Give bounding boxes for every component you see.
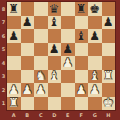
square-b4[interactable]	[21, 56, 35, 70]
rank-label-7: 7	[0, 16, 7, 30]
square-a6[interactable]: ♟	[7, 29, 21, 43]
file-label-c: C	[34, 110, 48, 120]
white-pawn-f2[interactable]: ♟	[76, 83, 87, 95]
square-f3[interactable]	[75, 70, 89, 84]
square-c7[interactable]	[34, 16, 48, 30]
square-f5[interactable]	[75, 43, 89, 57]
file-label-f: F	[75, 110, 89, 120]
square-h1[interactable]: ♚	[102, 97, 116, 111]
square-g7[interactable]	[88, 16, 102, 30]
white-pawn-g2[interactable]: ♟	[89, 83, 100, 95]
square-b5[interactable]	[21, 43, 35, 57]
square-g2[interactable]: ♟	[88, 83, 102, 97]
square-e4[interactable]: ♟	[61, 56, 75, 70]
square-f2[interactable]: ♟	[75, 83, 89, 97]
rank-label-8: 8	[0, 2, 7, 16]
white-king-h1[interactable]: ♚	[103, 97, 114, 109]
square-d4[interactable]	[48, 56, 62, 70]
square-f4[interactable]	[75, 56, 89, 70]
file-label-b: B	[21, 110, 35, 120]
square-h2[interactable]	[102, 83, 116, 97]
black-bishop-d7[interactable]: ♝	[49, 16, 60, 28]
rank-label-2: 2	[0, 83, 7, 97]
white-bishop-g3[interactable]: ♝	[89, 70, 100, 82]
square-e8[interactable]	[61, 2, 75, 16]
white-pawn-e4[interactable]: ♟	[62, 56, 73, 68]
rank-coordinates: 87654321	[0, 2, 7, 110]
white-pawn-b2[interactable]: ♟	[22, 83, 33, 95]
file-label-g: G	[88, 110, 102, 120]
white-pawn-c2[interactable]: ♟	[35, 83, 46, 95]
square-d5[interactable]: ♟	[48, 43, 62, 57]
black-king-g8[interactable]: ♚	[89, 2, 100, 14]
file-label-e: E	[61, 110, 75, 120]
square-h4[interactable]	[102, 56, 116, 70]
square-d3[interactable]: ♝	[48, 70, 62, 84]
file-label-d: D	[48, 110, 62, 120]
black-pawn-h7[interactable]: ♟	[103, 16, 114, 28]
square-g8[interactable]: ♚	[88, 2, 102, 16]
square-b1[interactable]	[21, 97, 35, 111]
square-d1[interactable]	[48, 97, 62, 111]
square-b7[interactable]: ♟	[21, 16, 35, 30]
square-d6[interactable]	[48, 29, 62, 43]
square-a7[interactable]	[7, 16, 21, 30]
square-e3[interactable]	[61, 70, 75, 84]
square-g6[interactable]: ♟	[88, 29, 102, 43]
square-e5[interactable]: ♟	[61, 43, 75, 57]
white-rook-h3[interactable]: ♜	[103, 70, 114, 82]
square-a1[interactable]: ♜	[7, 97, 21, 111]
square-b8[interactable]	[21, 2, 35, 16]
square-f8[interactable]: ♜	[75, 2, 89, 16]
square-c2[interactable]: ♟	[34, 83, 48, 97]
chess-board[interactable]: ♜♛♜♚♟♝♟♟♝♟♟♟♟♞♝♝♜♟♟♟♟♟♜♚	[7, 2, 115, 110]
black-pawn-b7[interactable]: ♟	[22, 16, 33, 28]
square-b3[interactable]	[21, 70, 35, 84]
square-g5[interactable]	[88, 43, 102, 57]
square-e2[interactable]	[61, 83, 75, 97]
white-rook-a1[interactable]: ♜	[8, 97, 19, 109]
square-c1[interactable]	[34, 97, 48, 111]
square-a3[interactable]	[7, 70, 21, 84]
square-c3[interactable]: ♞	[34, 70, 48, 84]
square-h3[interactable]: ♜	[102, 70, 116, 84]
square-a4[interactable]	[7, 56, 21, 70]
square-d2[interactable]	[48, 83, 62, 97]
black-pawn-e5[interactable]: ♟	[62, 43, 73, 55]
square-g3[interactable]: ♝	[88, 70, 102, 84]
rank-label-6: 6	[0, 29, 7, 43]
square-c5[interactable]	[34, 43, 48, 57]
square-h8[interactable]	[102, 2, 116, 16]
square-f6[interactable]: ♝	[75, 29, 89, 43]
rank-label-3: 3	[0, 70, 7, 84]
square-a2[interactable]: ♟	[7, 83, 21, 97]
black-rook-f8[interactable]: ♜	[76, 2, 87, 14]
square-e6[interactable]	[61, 29, 75, 43]
black-queen-d8[interactable]: ♛	[49, 2, 60, 14]
square-a8[interactable]: ♜	[7, 2, 21, 16]
black-pawn-g6[interactable]: ♟	[89, 29, 100, 41]
rank-label-4: 4	[0, 56, 7, 70]
chess-board-frame: 87654321 ♜♛♜♚♟♝♟♟♝♟♟♟♟♞♝♝♜♟♟♟♟♟♜♚ ABCDEF…	[0, 0, 120, 120]
white-bishop-d3[interactable]: ♝	[49, 70, 60, 82]
file-label-a: A	[7, 110, 21, 120]
square-f7[interactable]	[75, 16, 89, 30]
square-g1[interactable]	[88, 97, 102, 111]
rank-label-5: 5	[0, 43, 7, 57]
white-pawn-a2[interactable]: ♟	[8, 83, 19, 95]
square-c8[interactable]	[34, 2, 48, 16]
white-knight-c3[interactable]: ♞	[35, 70, 46, 82]
square-b2[interactable]: ♟	[21, 83, 35, 97]
square-e1[interactable]	[61, 97, 75, 111]
square-b6[interactable]	[21, 29, 35, 43]
square-h7[interactable]: ♟	[102, 16, 116, 30]
square-d7[interactable]: ♝	[48, 16, 62, 30]
square-g4[interactable]	[88, 56, 102, 70]
square-h5[interactable]	[102, 43, 116, 57]
black-rook-a8[interactable]: ♜	[8, 2, 19, 14]
black-pawn-d5[interactable]: ♟	[49, 43, 60, 55]
file-coordinates: ABCDEFGH	[7, 110, 115, 120]
square-a5[interactable]	[7, 43, 21, 57]
square-d8[interactable]: ♛	[48, 2, 62, 16]
black-pawn-a6[interactable]: ♟	[8, 29, 19, 41]
square-e7[interactable]	[61, 16, 75, 30]
file-label-h: H	[102, 110, 116, 120]
rank-label-1: 1	[0, 97, 7, 111]
square-c4[interactable]	[34, 56, 48, 70]
square-f1[interactable]	[75, 97, 89, 111]
square-h6[interactable]	[102, 29, 116, 43]
square-c6[interactable]	[34, 29, 48, 43]
black-bishop-f6[interactable]: ♝	[76, 29, 87, 41]
